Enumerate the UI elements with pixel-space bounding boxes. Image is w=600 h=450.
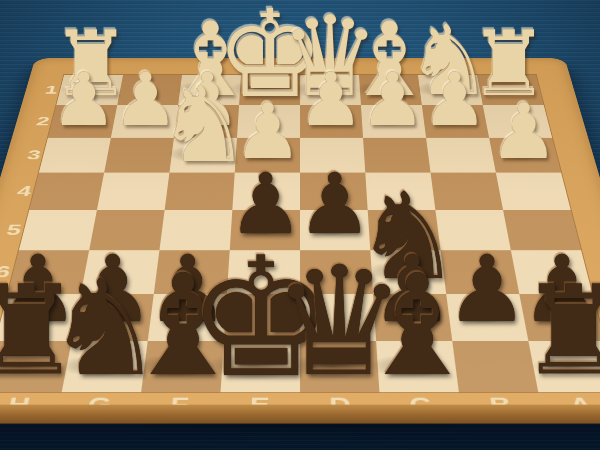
square-g6[interactable] xyxy=(81,250,160,294)
square-a6[interactable] xyxy=(511,250,593,294)
square-b3[interactable] xyxy=(426,138,496,173)
square-f3[interactable] xyxy=(169,138,237,173)
square-d1[interactable] xyxy=(300,75,361,105)
square-h2[interactable] xyxy=(48,105,117,138)
square-d7[interactable] xyxy=(300,294,376,341)
square-h7[interactable] xyxy=(0,294,81,341)
square-e8[interactable] xyxy=(221,341,300,392)
square-g8[interactable] xyxy=(62,341,148,392)
square-b6[interactable] xyxy=(441,250,520,294)
square-h6[interactable] xyxy=(8,250,90,294)
square-c1[interactable] xyxy=(359,75,422,105)
square-b1[interactable] xyxy=(418,75,483,105)
square-b4[interactable] xyxy=(431,173,504,210)
square-f1[interactable] xyxy=(178,75,241,105)
square-g3[interactable] xyxy=(104,138,174,173)
square-e2[interactable] xyxy=(237,105,300,138)
square-e7[interactable] xyxy=(224,294,300,341)
square-a7[interactable] xyxy=(519,294,600,341)
square-a5[interactable] xyxy=(503,210,581,250)
square-a3[interactable] xyxy=(489,138,561,173)
square-e3[interactable] xyxy=(235,138,300,173)
square-c3[interactable] xyxy=(363,138,431,173)
square-a1[interactable] xyxy=(477,75,544,105)
board-squares xyxy=(0,75,600,393)
square-e6[interactable] xyxy=(227,250,300,294)
square-c2[interactable] xyxy=(361,105,426,138)
square-f8[interactable] xyxy=(141,341,224,392)
square-a8[interactable] xyxy=(528,341,600,392)
square-g7[interactable] xyxy=(72,294,154,341)
square-d2[interactable] xyxy=(300,105,363,138)
square-d4[interactable] xyxy=(300,173,368,210)
square-c6[interactable] xyxy=(370,250,446,294)
square-d3[interactable] xyxy=(300,138,365,173)
board-front-edge xyxy=(0,405,600,424)
square-d6[interactable] xyxy=(300,250,373,294)
square-b8[interactable] xyxy=(452,341,538,392)
square-h5[interactable] xyxy=(19,210,97,250)
square-f6[interactable] xyxy=(154,250,230,294)
square-d8[interactable] xyxy=(300,341,379,392)
square-a4[interactable] xyxy=(496,173,571,210)
square-c4[interactable] xyxy=(365,173,435,210)
square-a2[interactable] xyxy=(483,105,552,138)
square-c7[interactable] xyxy=(373,294,452,341)
square-b5[interactable] xyxy=(435,210,510,250)
square-h4[interactable] xyxy=(29,173,104,210)
square-g5[interactable] xyxy=(89,210,164,250)
square-g1[interactable] xyxy=(117,75,182,105)
square-c5[interactable] xyxy=(368,210,441,250)
square-e4[interactable] xyxy=(232,173,300,210)
square-f5[interactable] xyxy=(159,210,232,250)
square-f7[interactable] xyxy=(148,294,227,341)
chess-board: 12345678 HGFEDCBA xyxy=(0,58,600,423)
square-g4[interactable] xyxy=(97,173,170,210)
square-c8[interactable] xyxy=(376,341,459,392)
square-e5[interactable] xyxy=(230,210,300,250)
square-f4[interactable] xyxy=(165,173,235,210)
square-f2[interactable] xyxy=(174,105,239,138)
square-e1[interactable] xyxy=(239,75,300,105)
square-d5[interactable] xyxy=(300,210,370,250)
rank-label-1: 1 xyxy=(21,75,65,105)
square-g2[interactable] xyxy=(111,105,178,138)
square-b7[interactable] xyxy=(446,294,528,341)
square-h1[interactable] xyxy=(56,75,123,105)
square-h8[interactable] xyxy=(0,341,72,392)
square-h3[interactable] xyxy=(39,138,111,173)
square-b2[interactable] xyxy=(422,105,489,138)
scene: 12345678 HGFEDCBA ♜♝♚♛♝♞♜♟♟♟♟♟♟♞♟♟♟♟♞♟♟♟… xyxy=(0,0,600,450)
